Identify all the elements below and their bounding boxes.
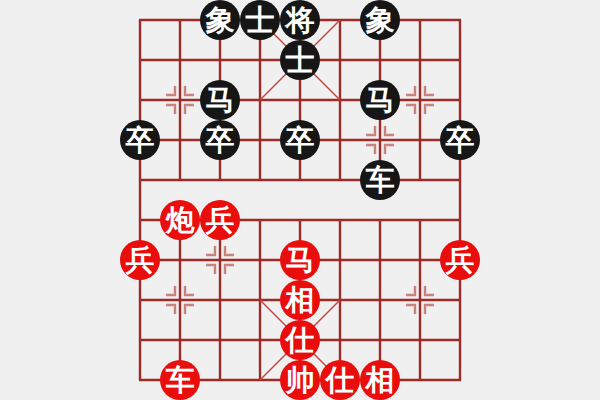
point-4-0[interactable]: 将 — [280, 0, 320, 40]
xiangqi-game-screen: 象士将象士马马卒卒卒卒车炮兵兵马兵相仕车帅仕相 — [0, 0, 600, 400]
point-2-2[interactable]: 马 — [200, 80, 240, 120]
point-6-4[interactable]: 车 — [360, 160, 400, 200]
point-6-9[interactable]: 相 — [360, 360, 400, 400]
point-3-7[interactable] — [240, 280, 280, 320]
point-3-0[interactable]: 士 — [240, 0, 280, 40]
black-general[interactable]: 将 — [280, 0, 320, 40]
point-4-3[interactable]: 卒 — [280, 120, 320, 160]
point-6-1[interactable] — [360, 40, 400, 80]
point-5-0[interactable] — [320, 0, 360, 40]
point-8-8[interactable] — [440, 320, 480, 360]
black-chariot[interactable]: 车 — [360, 160, 400, 200]
point-0-0[interactable] — [120, 0, 160, 40]
point-2-3[interactable]: 卒 — [200, 120, 240, 160]
point-7-0[interactable] — [400, 0, 440, 40]
point-5-7[interactable] — [320, 280, 360, 320]
point-5-1[interactable] — [320, 40, 360, 80]
point-6-7[interactable] — [360, 280, 400, 320]
black-soldier[interactable]: 卒 — [120, 120, 160, 160]
point-2-1[interactable] — [200, 40, 240, 80]
point-0-3[interactable]: 卒 — [120, 120, 160, 160]
red-elephant[interactable]: 相 — [280, 280, 320, 320]
point-3-9[interactable] — [240, 360, 280, 400]
point-7-4[interactable] — [400, 160, 440, 200]
point-1-6[interactable] — [160, 240, 200, 280]
black-horse[interactable]: 马 — [200, 80, 240, 120]
red-soldier[interactable]: 兵 — [440, 240, 480, 280]
black-horse[interactable]: 马 — [360, 80, 400, 120]
point-8-2[interactable] — [440, 80, 480, 120]
point-2-7[interactable] — [200, 280, 240, 320]
point-8-4[interactable] — [440, 160, 480, 200]
point-5-6[interactable] — [320, 240, 360, 280]
point-3-4[interactable] — [240, 160, 280, 200]
point-2-9[interactable] — [200, 360, 240, 400]
point-1-8[interactable] — [160, 320, 200, 360]
point-3-2[interactable] — [240, 80, 280, 120]
black-advisor[interactable]: 士 — [240, 0, 280, 40]
red-advisor[interactable]: 仕 — [320, 360, 360, 400]
point-7-1[interactable] — [400, 40, 440, 80]
point-7-7[interactable] — [400, 280, 440, 320]
black-soldier[interactable]: 卒 — [440, 120, 480, 160]
point-4-1[interactable]: 士 — [280, 40, 320, 80]
point-6-6[interactable] — [360, 240, 400, 280]
point-1-2[interactable] — [160, 80, 200, 120]
point-6-8[interactable] — [360, 320, 400, 360]
point-8-1[interactable] — [440, 40, 480, 80]
point-2-4[interactable] — [200, 160, 240, 200]
point-1-5[interactable]: 炮 — [160, 200, 200, 240]
red-soldier[interactable]: 兵 — [120, 240, 160, 280]
point-4-4[interactable] — [280, 160, 320, 200]
point-3-3[interactable] — [240, 120, 280, 160]
point-3-1[interactable] — [240, 40, 280, 80]
red-chariot[interactable]: 车 — [160, 360, 200, 400]
point-3-6[interactable] — [240, 240, 280, 280]
point-0-2[interactable] — [120, 80, 160, 120]
point-1-3[interactable] — [160, 120, 200, 160]
point-6-2[interactable]: 马 — [360, 80, 400, 120]
point-8-0[interactable] — [440, 0, 480, 40]
point-7-9[interactable] — [400, 360, 440, 400]
point-8-9[interactable] — [440, 360, 480, 400]
red-elephant[interactable]: 相 — [360, 360, 400, 400]
red-soldier[interactable]: 兵 — [200, 200, 240, 240]
point-0-7[interactable] — [120, 280, 160, 320]
point-5-3[interactable] — [320, 120, 360, 160]
point-2-5[interactable]: 兵 — [200, 200, 240, 240]
point-5-4[interactable] — [320, 160, 360, 200]
red-general[interactable]: 帅 — [280, 360, 320, 400]
point-0-9[interactable] — [120, 360, 160, 400]
point-0-6[interactable]: 兵 — [120, 240, 160, 280]
point-4-6[interactable]: 马 — [280, 240, 320, 280]
point-0-8[interactable] — [120, 320, 160, 360]
point-6-0[interactable]: 象 — [360, 0, 400, 40]
point-1-0[interactable] — [160, 0, 200, 40]
point-4-2[interactable] — [280, 80, 320, 120]
point-2-6[interactable] — [200, 240, 240, 280]
point-5-9[interactable]: 仕 — [320, 360, 360, 400]
point-7-3[interactable] — [400, 120, 440, 160]
point-0-1[interactable] — [120, 40, 160, 80]
xiangqi-board[interactable]: 象士将象士马马卒卒卒卒车炮兵兵马兵相仕车帅仕相 — [120, 0, 480, 400]
point-4-7[interactable]: 相 — [280, 280, 320, 320]
point-4-9[interactable]: 帅 — [280, 360, 320, 400]
point-1-1[interactable] — [160, 40, 200, 80]
point-8-7[interactable] — [440, 280, 480, 320]
point-7-2[interactable] — [400, 80, 440, 120]
point-7-8[interactable] — [400, 320, 440, 360]
red-horse[interactable]: 马 — [280, 240, 320, 280]
black-elephant[interactable]: 象 — [360, 0, 400, 40]
point-8-6[interactable]: 兵 — [440, 240, 480, 280]
point-7-6[interactable] — [400, 240, 440, 280]
point-8-5[interactable] — [440, 200, 480, 240]
point-5-8[interactable] — [320, 320, 360, 360]
black-elephant[interactable]: 象 — [200, 0, 240, 40]
point-6-5[interactable] — [360, 200, 400, 240]
point-8-3[interactable]: 卒 — [440, 120, 480, 160]
point-6-3[interactable] — [360, 120, 400, 160]
point-4-8[interactable]: 仕 — [280, 320, 320, 360]
red-advisor[interactable]: 仕 — [280, 320, 320, 360]
point-0-5[interactable] — [120, 200, 160, 240]
point-3-5[interactable] — [240, 200, 280, 240]
point-0-4[interactable] — [120, 160, 160, 200]
point-5-2[interactable] — [320, 80, 360, 120]
point-3-8[interactable] — [240, 320, 280, 360]
point-2-0[interactable]: 象 — [200, 0, 240, 40]
point-2-8[interactable] — [200, 320, 240, 360]
point-4-5[interactable] — [280, 200, 320, 240]
black-soldier[interactable]: 卒 — [280, 120, 320, 160]
point-7-5[interactable] — [400, 200, 440, 240]
red-cannon[interactable]: 炮 — [160, 200, 200, 240]
point-1-4[interactable] — [160, 160, 200, 200]
point-1-7[interactable] — [160, 280, 200, 320]
point-1-9[interactable]: 车 — [160, 360, 200, 400]
point-5-5[interactable] — [320, 200, 360, 240]
black-advisor[interactable]: 士 — [280, 40, 320, 80]
black-soldier[interactable]: 卒 — [200, 120, 240, 160]
